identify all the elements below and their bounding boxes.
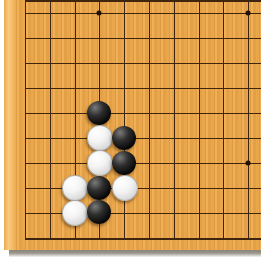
white-stone	[87, 125, 113, 151]
black-stone	[112, 151, 136, 175]
white-stone	[87, 150, 113, 176]
white-stone	[62, 175, 88, 201]
board-drop-shadow	[9, 250, 261, 257]
black-stone	[112, 126, 136, 150]
black-stone	[87, 101, 111, 125]
black-stone	[87, 200, 111, 224]
white-stone	[62, 200, 88, 226]
white-stone	[112, 175, 138, 201]
go-board-screenshot	[0, 0, 261, 264]
stones-layer[interactable]	[13, 1, 261, 250]
black-stone	[87, 176, 111, 200]
